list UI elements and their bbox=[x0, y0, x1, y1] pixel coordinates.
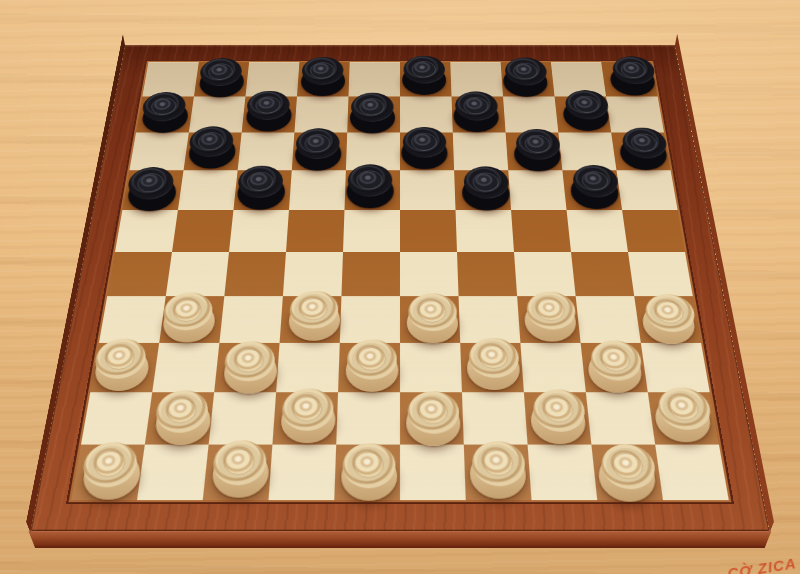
white-piece[interactable] bbox=[599, 444, 657, 489]
black-piece[interactable] bbox=[350, 92, 393, 121]
white-piece[interactable] bbox=[655, 387, 713, 429]
black-piece[interactable] bbox=[571, 165, 620, 197]
black-piece[interactable] bbox=[125, 167, 175, 199]
black-piece[interactable] bbox=[454, 91, 498, 120]
white-piece[interactable] bbox=[92, 338, 148, 378]
white-piece[interactable] bbox=[471, 441, 526, 486]
white-piece[interactable] bbox=[153, 390, 209, 432]
black-piece[interactable] bbox=[463, 166, 509, 198]
draughts-board[interactable] bbox=[31, 45, 770, 531]
white-piece[interactable] bbox=[161, 292, 214, 330]
perspective-scene bbox=[0, 0, 800, 574]
white-piece[interactable] bbox=[288, 290, 338, 328]
black-piece[interactable] bbox=[236, 165, 283, 197]
white-piece[interactable] bbox=[468, 337, 520, 377]
black-piece[interactable] bbox=[187, 126, 234, 156]
black-piece[interactable] bbox=[198, 58, 243, 86]
white-piece[interactable] bbox=[280, 388, 333, 430]
board-front-edge bbox=[28, 531, 771, 548]
black-piece[interactable] bbox=[504, 57, 548, 85]
black-piece[interactable] bbox=[295, 128, 340, 159]
white-piece[interactable] bbox=[408, 293, 457, 331]
white-piece[interactable] bbox=[525, 291, 577, 329]
white-piece[interactable] bbox=[211, 440, 268, 485]
white-piece[interactable] bbox=[407, 391, 459, 433]
white-piece[interactable] bbox=[588, 340, 643, 380]
white-piece[interactable] bbox=[222, 341, 275, 381]
black-piece[interactable] bbox=[347, 164, 392, 196]
wooden-table-background: CỜ ZICA bbox=[0, 0, 800, 574]
black-piece[interactable] bbox=[140, 92, 187, 121]
black-piece[interactable] bbox=[301, 57, 344, 85]
black-piece[interactable] bbox=[564, 90, 610, 119]
white-piece[interactable] bbox=[346, 339, 396, 379]
white-piece[interactable] bbox=[79, 442, 139, 487]
white-piece[interactable] bbox=[341, 443, 394, 488]
black-piece[interactable] bbox=[245, 91, 290, 120]
white-piece[interactable] bbox=[642, 294, 696, 332]
black-piece[interactable] bbox=[620, 127, 668, 158]
black-piece[interactable] bbox=[402, 127, 446, 158]
white-piece[interactable] bbox=[531, 389, 586, 431]
black-piece[interactable] bbox=[403, 55, 445, 83]
board-squares[interactable] bbox=[71, 62, 728, 500]
